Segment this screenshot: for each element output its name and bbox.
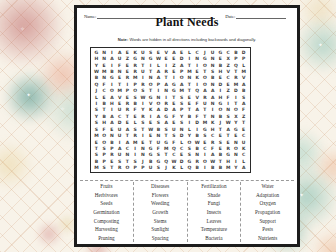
grid-cell: Y <box>232 165 240 171</box>
word-list-item: Germination <box>93 209 119 215</box>
grid-cell: B <box>193 165 201 171</box>
grid-cell: M <box>224 165 232 171</box>
sparkle-icon: ✦ <box>26 92 31 98</box>
word-list-item: Pests <box>262 226 273 232</box>
word-list-item: Bacteria <box>205 235 222 241</box>
word-list-item: Diseases <box>151 183 169 189</box>
watercolor-blob-yellow-bottom <box>59 216 75 232</box>
grid-cell: K <box>170 165 178 171</box>
grid-cell: T <box>108 165 116 171</box>
grid-cell: L <box>178 165 186 171</box>
worksheet-page: Name: Date: Plant Needs Note: Words are … <box>74 5 300 247</box>
grid-cell: A <box>240 165 248 171</box>
grid-cell: J <box>162 165 170 171</box>
word-list-item: Growth <box>152 209 168 215</box>
word-list-item: Fertilization <box>201 183 226 189</box>
word-list-item: Fruits <box>100 183 112 189</box>
word-list-item: Pruning <box>98 235 114 241</box>
word-list-item: Seeds <box>100 200 112 206</box>
grid-cell: R <box>116 165 124 171</box>
word-list-item: Weeding <box>151 200 169 206</box>
grid-cell: S <box>100 165 108 171</box>
word-list-item: Harvesting <box>95 226 118 232</box>
grid-cell: Q <box>186 165 194 171</box>
watercolor-blob-peach-bottomright <box>310 228 336 252</box>
instructions-note: Note: Words are hidden in all directions… <box>77 37 297 42</box>
grid-cell: P <box>131 165 139 171</box>
word-list-item: Water <box>261 183 273 189</box>
note-bold-label: Note: <box>118 37 128 42</box>
word-list-item: Spacing <box>152 235 169 241</box>
word-list-item: Adaptation <box>256 192 279 198</box>
word-list-item: Support <box>259 218 275 224</box>
sparkle-icon: ✧ <box>20 26 25 32</box>
word-list-column: DiseasesFlowersWeedingGrowthStemsSunligh… <box>133 182 187 242</box>
grid-cell: B <box>209 165 217 171</box>
grid-cell: U <box>147 165 155 171</box>
word-list-item: Fungi <box>208 200 220 206</box>
watercolor-blob-teal-topright <box>294 16 336 74</box>
sparkle-icon: ✦ <box>318 42 323 48</box>
word-list-item: Nutrients <box>258 235 277 241</box>
word-search-grid: GNIAEKUSEVAELCJUGCBDHNAUZGNGWEEDINGNEXPP… <box>90 47 251 173</box>
word-list-item: Herbivores <box>95 192 118 198</box>
grid-cell: O <box>124 165 132 171</box>
word-list-item: Temperature <box>201 226 227 232</box>
word-list-item: Flowers <box>152 192 169 198</box>
watercolor-blob-yellow-left <box>0 140 34 190</box>
grid-cell: P <box>139 165 147 171</box>
grid-cell: M <box>93 165 101 171</box>
sparkle-icon: ✧ <box>60 106 65 112</box>
grid-cell: I <box>201 165 209 171</box>
word-list-column: WaterAdaptationOxygenPropagationSupportP… <box>240 182 294 242</box>
word-list-item: Oxygen <box>259 200 275 206</box>
word-list-column: FertilizationShadeFungiInsectsLeavesTemp… <box>187 182 241 242</box>
word-list-item: Sunlight <box>151 226 169 232</box>
grid-cell: S <box>155 165 163 171</box>
page-title: Plant Needs <box>77 15 297 30</box>
word-list-item: Insects <box>207 209 221 215</box>
grid-cell: B <box>217 165 225 171</box>
word-list-item: Shade <box>208 192 221 198</box>
word-list-item: Stems <box>154 218 167 224</box>
screenshot-root: { "game": "word-search", "title": "Plant… <box>0 0 336 252</box>
word-list: FruitsHerbivoresSeedsGerminationComposti… <box>80 180 294 242</box>
word-list-item: Leaves <box>207 218 222 224</box>
word-list-item: Propagation <box>255 209 280 215</box>
word-list-item: Composting <box>94 218 119 224</box>
watercolor-blob-rose-bottom1 <box>38 223 60 245</box>
note-text: Words are hidden in all directions inclu… <box>128 37 256 42</box>
word-list-column: FruitsHerbivoresSeedsGerminationComposti… <box>80 182 133 242</box>
